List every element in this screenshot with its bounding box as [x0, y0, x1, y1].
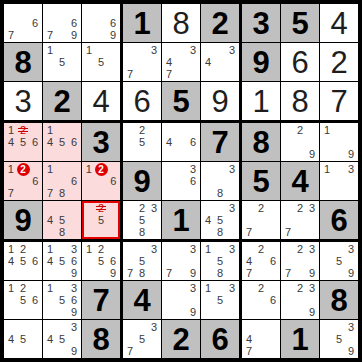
cell-r2c2[interactable]: 15	[42, 42, 81, 81]
cell-r4c7[interactable]: 8	[239, 120, 280, 161]
pencil-marks: 3578	[123, 242, 161, 280]
candidate-1: 1	[83, 163, 95, 176]
candidate-3: 3	[226, 44, 238, 56]
given-digit: 3	[242, 4, 280, 42]
cell-r3c6[interactable]: 9	[200, 81, 239, 120]
candidate-6: 6	[68, 255, 80, 267]
pencil-marks: 679	[43, 4, 81, 42]
candidate-4: 4	[44, 136, 56, 148]
pencil-marks: 37	[123, 43, 161, 81]
candidate-1: 1	[83, 44, 95, 56]
candidate-5: 5	[56, 294, 68, 306]
candidate-3: 3	[148, 44, 160, 56]
candidate-3: 3	[187, 243, 199, 255]
candidate-2: 2	[136, 202, 148, 214]
candidate-1: 1	[44, 282, 56, 294]
sudoku-board: 6767969182354815153734734962324659187124…	[0, 0, 362, 362]
given-digit: 1	[123, 4, 161, 42]
solved-digit: 3	[4, 82, 42, 120]
pencil-marks: 13569	[43, 281, 81, 319]
cell-r7c4[interactable]: 3578	[120, 239, 161, 280]
pencil-marks: 357	[123, 320, 161, 358]
pencil-marks: 347	[162, 43, 200, 81]
cell-r3c4[interactable]: 6	[120, 81, 161, 120]
pencil-marks: 12569	[82, 242, 120, 280]
cell-r5c2[interactable]: 1678	[42, 161, 81, 200]
cell-r8c2[interactable]: 13569	[42, 280, 81, 319]
given-digit: 8	[320, 281, 358, 319]
given-digit: 8	[82, 320, 120, 358]
candidate-8: 8	[214, 267, 226, 279]
cell-r5c8[interactable]: 4	[280, 161, 319, 200]
cell-r2c6[interactable]: 34	[200, 42, 239, 81]
candidate-9: 9	[345, 267, 357, 279]
cell-r3c5[interactable]: 5	[161, 81, 200, 120]
cell-r1c2[interactable]: 679	[42, 4, 81, 42]
candidate-9: 9	[107, 267, 119, 279]
cell-r8c7[interactable]: 26	[239, 280, 280, 319]
cell-r7c9[interactable]: 359	[319, 239, 358, 280]
candidate-7: 7	[243, 345, 255, 357]
candidate-5: 5	[56, 333, 68, 345]
candidate-2: 2	[255, 243, 267, 255]
pencil-marks: 1256	[4, 281, 42, 319]
cell-r1c3[interactable]: 69	[81, 4, 120, 42]
pencil-marks: 134569	[43, 242, 81, 280]
cell-r7c3[interactable]: 12569	[81, 239, 120, 280]
candidate-4: 4	[243, 255, 255, 267]
solved-digit: 6	[123, 82, 161, 120]
candidate-9: 9	[68, 306, 80, 318]
candidate-5: 5	[136, 333, 148, 345]
pencil-marks: 1678	[43, 162, 81, 200]
cell-r9c6[interactable]: 6	[200, 319, 239, 358]
candidate-3: 3	[187, 163, 199, 175]
candidate-3: 3	[148, 243, 160, 255]
candidate-5: 5	[56, 214, 68, 226]
candidate-4: 4	[202, 214, 214, 226]
cell-r8c3[interactable]: 7	[81, 280, 120, 319]
given-digit: 5	[162, 82, 200, 120]
candidate-3: 3	[345, 243, 357, 255]
solved-digit: 1	[242, 82, 280, 120]
pencil-marks: 2467	[242, 242, 280, 280]
given-digit: 4	[281, 162, 319, 200]
candidate-5: 5	[333, 333, 345, 345]
candidate-6: 6	[267, 294, 279, 306]
candidate-6: 6	[68, 136, 80, 148]
candidate-5: 5	[214, 255, 226, 267]
given-digit: 9	[4, 201, 42, 239]
candidate-9: 9	[187, 306, 199, 318]
candidate-2: 2	[95, 243, 107, 255]
candidate-1: 1	[5, 282, 17, 294]
candidate-5: 5	[17, 255, 29, 267]
candidate-1: 1	[44, 124, 56, 136]
cell-r7c6[interactable]: 1358	[200, 239, 239, 280]
pencil-marks: 13	[320, 162, 358, 200]
cell-r5c1[interactable]: 1267	[4, 161, 42, 200]
pencil-marks: 458	[43, 201, 81, 239]
pencil-marks: 46	[162, 123, 200, 161]
candidate-7: 7	[124, 345, 136, 357]
cell-r6c2[interactable]: 458	[42, 200, 81, 239]
cell-r3c7[interactable]: 1	[239, 81, 280, 120]
pencil-marks: 47	[242, 320, 280, 358]
pencil-marks: 2358	[123, 201, 161, 239]
pencil-marks: 45	[4, 320, 42, 358]
cell-r4c8[interactable]: 29	[280, 120, 319, 161]
candidate-3: 3	[68, 243, 80, 255]
candidate-8: 8	[214, 226, 226, 238]
cell-r9c5[interactable]: 2	[161, 319, 200, 358]
candidate-4: 4	[202, 56, 214, 68]
given-digit: 8	[4, 43, 42, 81]
pencil-marks: 36	[162, 162, 200, 200]
pencil-marks: 38	[201, 162, 239, 200]
cell-r5c5[interactable]: 36	[161, 161, 200, 200]
cell-r4c4[interactable]: 25	[120, 120, 161, 161]
candidate-6: 6	[107, 17, 119, 29]
candidate-8: 8	[136, 226, 148, 238]
candidate-2: 2	[255, 202, 267, 214]
candidate-3: 3	[345, 321, 357, 333]
solved-digit: 2	[320, 43, 358, 81]
candidate-6: 6	[29, 294, 41, 306]
candidate-5: 5	[333, 255, 345, 267]
cell-r9c4[interactable]: 357	[120, 319, 161, 358]
cell-r2c4[interactable]: 37	[120, 42, 161, 81]
candidate-3: 3	[148, 321, 160, 333]
cell-r4c2[interactable]: 1456	[42, 120, 81, 161]
pencil-marks: 1358	[201, 242, 239, 280]
candidate-2-eliminated: 2	[17, 124, 29, 136]
pencil-marks: 39	[162, 281, 200, 319]
candidate-7: 7	[44, 29, 56, 41]
cell-r6c9[interactable]: 6	[319, 200, 358, 239]
candidate-5: 5	[56, 56, 68, 68]
pencil-marks: 15	[82, 43, 120, 81]
pencil-marks: 3459	[43, 320, 81, 358]
cell-r3c2[interactable]: 2	[42, 81, 81, 120]
candidate-2: 2	[294, 243, 306, 255]
pencil-marks: 25	[82, 201, 120, 239]
pencil-marks: 359	[320, 320, 358, 358]
pencil-marks: 26	[242, 281, 280, 319]
candidate-5: 5	[17, 294, 29, 306]
candidate-3: 3	[226, 282, 238, 294]
pencil-marks: 67	[4, 4, 42, 42]
cell-r4c1[interactable]: 12456	[4, 120, 42, 161]
candidate-4: 4	[5, 255, 17, 267]
candidate-9: 9	[107, 29, 119, 41]
candidate-6: 6	[187, 175, 199, 187]
candidate-1: 1	[83, 243, 95, 255]
cell-r6c6[interactable]: 3458	[200, 200, 239, 239]
given-digit: 5	[242, 162, 280, 200]
given-digit: 7	[201, 123, 239, 161]
solved-digit: 4	[82, 82, 120, 120]
cell-r2c5[interactable]: 347	[161, 42, 200, 81]
cell-r6c4[interactable]: 2358	[120, 200, 161, 239]
candidate-7: 7	[5, 29, 17, 41]
candidate-1: 1	[5, 124, 17, 136]
cell-r4c3[interactable]: 3	[81, 120, 120, 161]
cell-r1c9[interactable]: 4	[319, 4, 358, 42]
candidate-3: 3	[226, 243, 238, 255]
given-digit: 6	[320, 201, 358, 239]
cell-r9c2[interactable]: 3459	[42, 319, 81, 358]
cell-r8c5[interactable]: 39	[161, 280, 200, 319]
given-digit: 2	[201, 4, 239, 42]
pencil-marks: 12456	[4, 242, 42, 280]
cell-r5c6[interactable]: 38	[200, 161, 239, 200]
cell-r1c7[interactable]: 3	[239, 4, 280, 42]
solved-digit: 7	[320, 82, 358, 120]
candidate-4: 4	[163, 56, 175, 68]
candidate-3: 3	[68, 282, 80, 294]
solved-digit: 8	[162, 4, 200, 42]
candidate-4: 4	[5, 333, 17, 345]
given-digit: 7	[82, 281, 120, 319]
candidate-9: 9	[306, 306, 318, 318]
candidate-9: 9	[345, 345, 357, 357]
candidate-4: 4	[163, 136, 175, 148]
cell-r7c2[interactable]: 134569	[42, 239, 81, 280]
cell-r5c9[interactable]: 13	[319, 161, 358, 200]
candidate-3: 3	[345, 163, 357, 175]
cell-r9c1[interactable]: 45	[4, 319, 42, 358]
candidate-7: 7	[163, 68, 175, 80]
candidate-2: 2	[294, 282, 306, 294]
candidate-2: 2	[17, 282, 29, 294]
cell-r4c9[interactable]: 19	[319, 120, 358, 161]
candidate-1: 1	[44, 243, 56, 255]
candidate-5: 5	[56, 255, 68, 267]
cell-r7c5[interactable]: 379	[161, 239, 200, 280]
candidate-6: 6	[29, 17, 41, 29]
candidate-5: 5	[214, 294, 226, 306]
given-digit: 8	[242, 123, 280, 161]
candidate-6: 6	[107, 255, 119, 267]
candidate-5: 5	[56, 136, 68, 148]
candidate-2: 2	[294, 124, 306, 136]
candidate-3: 3	[187, 44, 199, 56]
candidate-9: 9	[187, 267, 199, 279]
candidate-8: 8	[56, 226, 68, 238]
pencil-marks: 379	[162, 242, 200, 280]
cell-r3c9[interactable]: 7	[319, 81, 358, 120]
candidate-5: 5	[95, 214, 107, 226]
candidate-9: 9	[68, 345, 80, 357]
candidate-8: 8	[214, 187, 226, 199]
candidate-1: 1	[321, 124, 333, 136]
pencil-marks: 135	[201, 281, 239, 319]
candidate-4: 4	[5, 136, 17, 148]
given-digit: 2	[162, 320, 200, 358]
cell-r8c9[interactable]: 8	[319, 280, 358, 319]
candidate-7: 7	[5, 188, 17, 200]
cell-r1c1[interactable]: 67	[4, 4, 42, 42]
candidate-1: 1	[5, 163, 17, 176]
given-digit: 5	[281, 4, 319, 42]
pencil-marks: 3458	[201, 201, 239, 239]
cell-r5c4[interactable]: 9	[120, 161, 161, 200]
candidate-8: 8	[136, 267, 148, 279]
pencil-marks: 237	[281, 201, 319, 239]
candidate-3: 3	[187, 282, 199, 294]
candidate-1: 1	[44, 163, 56, 175]
pencil-marks: 1267	[4, 162, 42, 200]
cell-r6c3[interactable]: 25	[81, 200, 120, 239]
candidate-2: 2	[136, 124, 148, 136]
candidate-4: 4	[44, 255, 56, 267]
cell-r3c3[interactable]: 4	[81, 81, 120, 120]
candidate-3: 3	[226, 202, 238, 214]
cell-r9c9[interactable]: 359	[319, 319, 358, 358]
candidate-3: 3	[306, 243, 318, 255]
solved-digit: 4	[320, 4, 358, 42]
cell-r9c7[interactable]: 47	[239, 319, 280, 358]
candidate-9: 9	[306, 267, 318, 279]
candidate-5: 5	[17, 333, 29, 345]
cell-r5c7[interactable]: 5	[239, 161, 280, 200]
candidate-1: 1	[321, 163, 333, 175]
candidate-3: 3	[68, 321, 80, 333]
candidate-7: 7	[243, 267, 255, 279]
candidate-3: 3	[306, 202, 318, 214]
pencil-marks: 34	[201, 43, 239, 81]
candidate-6: 6	[108, 176, 120, 188]
given-digit: 2	[43, 82, 81, 120]
cell-r8c1[interactable]: 1256	[4, 280, 42, 319]
cell-r9c3[interactable]: 8	[81, 319, 120, 358]
candidate-5: 5	[136, 255, 148, 267]
candidate-7: 7	[282, 267, 294, 279]
candidate-7: 7	[243, 226, 255, 238]
candidate-6: 6	[29, 255, 41, 267]
pencil-marks: 359	[320, 242, 358, 280]
cell-r3c1[interactable]: 3	[4, 81, 42, 120]
candidate-6: 6	[30, 176, 42, 188]
candidate-5: 5	[17, 136, 29, 148]
solved-digit: 9	[201, 82, 239, 120]
pencil-marks: 12456	[4, 123, 42, 161]
candidate-1: 1	[202, 243, 214, 255]
cell-r6c1[interactable]: 9	[4, 200, 42, 239]
candidate-9: 9	[306, 148, 318, 160]
candidate-7: 7	[124, 267, 136, 279]
given-digit: 9	[242, 43, 280, 81]
cell-r2c9[interactable]: 2	[319, 42, 358, 81]
pencil-marks: 126	[82, 162, 120, 200]
cell-r1c4[interactable]: 1	[120, 4, 161, 42]
candidate-9: 9	[68, 267, 80, 279]
cell-r2c3[interactable]: 15	[81, 42, 120, 81]
pencil-marks: 1456	[43, 123, 81, 161]
cell-r7c1[interactable]: 12456	[4, 239, 42, 280]
candidate-7: 7	[282, 226, 294, 238]
candidate-7: 7	[124, 68, 136, 80]
candidate-3: 3	[306, 282, 318, 294]
cell-r8c8[interactable]: 239	[280, 280, 319, 319]
candidate-1: 1	[44, 44, 56, 56]
candidate-5: 5	[214, 214, 226, 226]
candidate-2: 2	[255, 282, 267, 294]
pencil-marks: 69	[82, 4, 120, 42]
given-digit: 1	[162, 201, 200, 239]
candidate-1: 1	[5, 243, 17, 255]
candidate-2: 2	[17, 243, 29, 255]
candidate-2-eliminated: 2	[95, 202, 107, 214]
cell-r8c4[interactable]: 4	[120, 280, 161, 319]
cell-r6c7[interactable]: 27	[239, 200, 280, 239]
candidate-9: 9	[345, 148, 357, 160]
candidate-1: 1	[202, 282, 214, 294]
cell-r2c8[interactable]: 6	[280, 42, 319, 81]
cell-r1c8[interactable]: 5	[280, 4, 319, 42]
solved-digit: 8	[281, 82, 319, 120]
pencil-marks: 27	[242, 201, 280, 239]
cell-r1c5[interactable]: 8	[161, 4, 200, 42]
candidate-9: 9	[68, 29, 80, 41]
cell-r5c3[interactable]: 126	[81, 161, 120, 200]
candidate-4: 4	[243, 333, 255, 345]
candidate-6: 6	[68, 294, 80, 306]
cell-r2c7[interactable]: 9	[239, 42, 280, 81]
cell-r7c8[interactable]: 2379	[280, 239, 319, 280]
given-digit: 4	[123, 281, 161, 319]
candidate-4: 4	[44, 333, 56, 345]
candidate-7: 7	[44, 187, 56, 199]
candidate-5: 5	[95, 255, 107, 267]
given-digit: 9	[123, 162, 161, 200]
candidate-5: 5	[95, 56, 107, 68]
candidate-4: 4	[44, 214, 56, 226]
candidate-5: 5	[136, 214, 148, 226]
pencil-marks: 19	[320, 123, 358, 161]
pencil-marks: 25	[123, 123, 161, 161]
pencil-marks: 15	[43, 43, 81, 81]
cell-r2c1[interactable]: 8	[4, 42, 42, 81]
candidate-6: 6	[187, 136, 199, 148]
cell-r6c8[interactable]: 237	[280, 200, 319, 239]
given-digit: 1	[281, 320, 319, 358]
cell-r4c5[interactable]: 46	[161, 120, 200, 161]
cell-r6c5[interactable]: 1	[161, 200, 200, 239]
candidate-8: 8	[56, 187, 68, 199]
candidate-2-circled: 2	[17, 163, 30, 176]
cell-r9c8[interactable]: 1	[280, 319, 319, 358]
given-digit: 6	[201, 320, 239, 358]
cell-r8c6[interactable]: 135	[200, 280, 239, 319]
candidate-7: 7	[163, 267, 175, 279]
candidate-2-circled: 2	[95, 163, 108, 176]
candidate-6: 6	[68, 17, 80, 29]
pencil-marks: 29	[281, 123, 319, 161]
candidate-2: 2	[294, 202, 306, 214]
candidate-5: 5	[136, 136, 148, 148]
cell-r7c7[interactable]: 2467	[239, 239, 280, 280]
candidate-6: 6	[29, 136, 41, 148]
candidate-3: 3	[226, 163, 238, 175]
candidate-6: 6	[68, 175, 80, 187]
cell-r3c8[interactable]: 8	[280, 81, 319, 120]
cell-r1c6[interactable]: 2	[200, 4, 239, 42]
candidate-3: 3	[148, 202, 160, 214]
solved-digit: 6	[281, 43, 319, 81]
cell-r4c6[interactable]: 7	[200, 120, 239, 161]
